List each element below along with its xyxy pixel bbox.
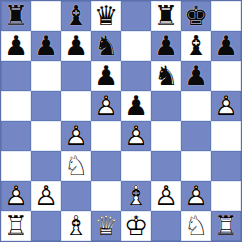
white-knight-icon-fill: ♞	[181, 211, 211, 241]
square-g1[interactable]: ♞♘	[181, 211, 211, 241]
black-knight-icon[interactable]: ♞	[91, 31, 121, 61]
square-a2[interactable]: ♟♙	[1, 181, 31, 211]
square-c7[interactable]: ♟	[61, 31, 91, 61]
square-d4[interactable]	[91, 121, 121, 151]
square-f8[interactable]: ♜	[151, 1, 181, 31]
black-pawn-icon[interactable]: ♟	[91, 61, 121, 91]
square-a6[interactable]	[1, 61, 31, 91]
chess-board-wrapper: ♜♝♛♜♚♟♟♟♞♟♝♟♟♞♟♟♙♟♟♙♟♙♟♙♞♘♟♙♟♙♝♗♟♙♟♙♜♖♝♗…	[0, 0, 242, 242]
white-pawn-icon[interactable]: ♙	[151, 181, 181, 211]
white-rook-icon-fill: ♜	[211, 211, 241, 241]
white-pawn-icon[interactable]: ♙	[91, 91, 121, 121]
square-e5[interactable]: ♟	[121, 91, 151, 121]
square-d7[interactable]: ♞	[91, 31, 121, 61]
black-knight-icon[interactable]: ♞	[151, 61, 181, 91]
square-e6[interactable]	[121, 61, 151, 91]
black-bishop-icon[interactable]: ♝	[181, 31, 211, 61]
square-h3[interactable]	[211, 151, 241, 181]
square-b7[interactable]: ♟	[31, 31, 61, 61]
square-h4[interactable]	[211, 121, 241, 151]
square-d8[interactable]: ♛	[91, 1, 121, 31]
black-bishop-icon[interactable]: ♝	[61, 1, 91, 31]
square-a1[interactable]: ♜♖	[1, 211, 31, 241]
square-f2[interactable]: ♟♙	[151, 181, 181, 211]
square-a5[interactable]	[1, 91, 31, 121]
black-pawn-icon[interactable]: ♟	[181, 61, 211, 91]
square-d3[interactable]	[91, 151, 121, 181]
square-e7[interactable]	[121, 31, 151, 61]
black-rook-icon[interactable]: ♜	[1, 1, 31, 31]
square-e1[interactable]: ♚♔	[121, 211, 151, 241]
white-rook-icon[interactable]: ♖	[1, 211, 31, 241]
square-b3[interactable]	[31, 151, 61, 181]
square-d6[interactable]: ♟	[91, 61, 121, 91]
black-queen-icon[interactable]: ♛	[91, 1, 121, 31]
white-pawn-icon-fill: ♟	[61, 121, 91, 151]
white-bishop-icon-fill: ♝	[61, 211, 91, 241]
square-d1[interactable]: ♛♕	[91, 211, 121, 241]
square-h2[interactable]	[211, 181, 241, 211]
white-pawn-icon[interactable]: ♙	[181, 181, 211, 211]
square-e3[interactable]	[121, 151, 151, 181]
black-pawn-icon[interactable]: ♟	[211, 31, 241, 61]
square-e4[interactable]: ♟♙	[121, 121, 151, 151]
square-f1[interactable]	[151, 211, 181, 241]
square-a8[interactable]: ♜	[1, 1, 31, 31]
square-f4[interactable]	[151, 121, 181, 151]
white-pawn-icon-fill: ♟	[211, 91, 241, 121]
white-pawn-icon-fill: ♟	[31, 181, 61, 211]
square-b1[interactable]	[31, 211, 61, 241]
white-knight-icon-fill: ♞	[61, 151, 91, 181]
square-f3[interactable]	[151, 151, 181, 181]
square-c6[interactable]	[61, 61, 91, 91]
square-e8[interactable]	[121, 1, 151, 31]
white-king-icon-fill: ♚	[121, 211, 151, 241]
black-pawn-icon[interactable]: ♟	[1, 31, 31, 61]
square-g6[interactable]: ♟	[181, 61, 211, 91]
white-pawn-icon-fill: ♟	[121, 121, 151, 151]
black-pawn-icon[interactable]: ♟	[31, 31, 61, 61]
square-b5[interactable]	[31, 91, 61, 121]
square-h5[interactable]: ♟♙	[211, 91, 241, 121]
square-h1[interactable]: ♜♖	[211, 211, 241, 241]
white-pawn-icon-fill: ♟	[1, 181, 31, 211]
square-g4[interactable]	[181, 121, 211, 151]
square-b8[interactable]	[31, 1, 61, 31]
square-h7[interactable]: ♟	[211, 31, 241, 61]
square-g8[interactable]: ♚	[181, 1, 211, 31]
white-pawn-icon[interactable]: ♙	[31, 181, 61, 211]
white-queen-icon-fill: ♛	[91, 211, 121, 241]
chess-board: ♜♝♛♜♚♟♟♟♞♟♝♟♟♞♟♟♙♟♟♙♟♙♟♙♞♘♟♙♟♙♝♗♟♙♟♙♜♖♝♗…	[0, 0, 242, 242]
square-c8[interactable]: ♝	[61, 1, 91, 31]
square-c3[interactable]: ♞♘	[61, 151, 91, 181]
white-knight-icon[interactable]: ♘	[61, 151, 91, 181]
square-g3[interactable]	[181, 151, 211, 181]
black-rook-icon[interactable]: ♜	[151, 1, 181, 31]
black-pawn-icon[interactable]: ♟	[151, 31, 181, 61]
square-h8[interactable]	[211, 1, 241, 31]
white-bishop-icon[interactable]: ♗	[61, 211, 91, 241]
black-pawn-icon[interactable]: ♟	[121, 91, 151, 121]
square-g2[interactable]: ♟♙	[181, 181, 211, 211]
square-g5[interactable]	[181, 91, 211, 121]
square-c5[interactable]	[61, 91, 91, 121]
white-rook-icon-fill: ♜	[1, 211, 31, 241]
square-a3[interactable]	[1, 151, 31, 181]
white-pawn-icon[interactable]: ♙	[121, 121, 151, 151]
square-f7[interactable]: ♟	[151, 31, 181, 61]
white-king-icon[interactable]: ♔	[121, 211, 151, 241]
square-c2[interactable]	[61, 181, 91, 211]
square-a7[interactable]: ♟	[1, 31, 31, 61]
square-a4[interactable]	[1, 121, 31, 151]
white-pawn-icon-fill: ♟	[91, 91, 121, 121]
white-rook-icon[interactable]: ♖	[211, 211, 241, 241]
square-d5[interactable]: ♟♙	[91, 91, 121, 121]
white-pawn-icon[interactable]: ♙	[61, 121, 91, 151]
black-pawn-icon[interactable]: ♟	[61, 31, 91, 61]
white-pawn-icon-fill: ♟	[181, 181, 211, 211]
black-king-icon[interactable]: ♚	[181, 1, 211, 31]
white-pawn-icon[interactable]: ♙	[1, 181, 31, 211]
square-c4[interactable]: ♟♙	[61, 121, 91, 151]
white-bishop-icon-fill: ♝	[121, 181, 151, 211]
square-b2[interactable]: ♟♙	[31, 181, 61, 211]
square-h6[interactable]	[211, 61, 241, 91]
square-c1[interactable]: ♝♗	[61, 211, 91, 241]
square-g7[interactable]: ♝	[181, 31, 211, 61]
square-f5[interactable]	[151, 91, 181, 121]
square-b6[interactable]	[31, 61, 61, 91]
square-f6[interactable]: ♞	[151, 61, 181, 91]
white-queen-icon[interactable]: ♕	[91, 211, 121, 241]
white-bishop-icon[interactable]: ♗	[121, 181, 151, 211]
square-d2[interactable]	[91, 181, 121, 211]
white-pawn-icon-fill: ♟	[151, 181, 181, 211]
white-knight-icon[interactable]: ♘	[181, 211, 211, 241]
square-b4[interactable]	[31, 121, 61, 151]
square-e2[interactable]: ♝♗	[121, 181, 151, 211]
white-pawn-icon[interactable]: ♙	[211, 91, 241, 121]
